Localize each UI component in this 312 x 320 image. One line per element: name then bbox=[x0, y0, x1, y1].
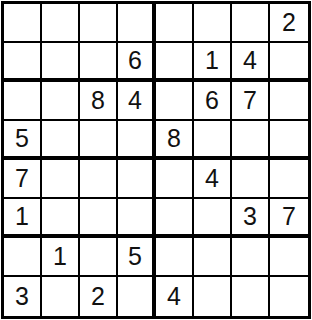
cell-r5c6-given-4[interactable]: 4 bbox=[194, 160, 232, 199]
cell-r7c6-empty[interactable] bbox=[194, 238, 232, 277]
cell-r1c8-given-2[interactable]: 2 bbox=[270, 4, 308, 43]
cell-r3c3-given-8[interactable]: 8 bbox=[80, 82, 118, 121]
cell-r4c4-empty[interactable] bbox=[118, 121, 156, 160]
cell-r5c7-empty[interactable] bbox=[232, 160, 270, 199]
cell-r2c6-given-1[interactable]: 1 bbox=[194, 43, 232, 82]
cell-r3c4-given-4[interactable]: 4 bbox=[118, 82, 156, 121]
cell-r1c3-empty[interactable] bbox=[80, 4, 118, 43]
cell-r7c8-empty[interactable] bbox=[270, 238, 308, 277]
cell-r2c8-empty[interactable] bbox=[270, 43, 308, 82]
cell-r5c2-empty[interactable] bbox=[42, 160, 80, 199]
cell-r7c2-given-1[interactable]: 1 bbox=[42, 238, 80, 277]
cell-r3c1-empty[interactable] bbox=[4, 82, 42, 121]
cell-r2c5-empty[interactable] bbox=[156, 43, 194, 82]
cell-r3c6-given-6[interactable]: 6 bbox=[194, 82, 232, 121]
cell-r8c7-empty[interactable] bbox=[232, 277, 270, 316]
cell-r6c1-given-1[interactable]: 1 bbox=[4, 199, 42, 238]
cell-r4c2-empty[interactable] bbox=[42, 121, 80, 160]
cell-r4c5-given-8[interactable]: 8 bbox=[156, 121, 194, 160]
cell-r4c6-empty[interactable] bbox=[194, 121, 232, 160]
cell-r6c8-given-7[interactable]: 7 bbox=[270, 199, 308, 238]
cell-r3c8-empty[interactable] bbox=[270, 82, 308, 121]
cell-r2c2-empty[interactable] bbox=[42, 43, 80, 82]
cell-r1c6-empty[interactable] bbox=[194, 4, 232, 43]
cell-r1c1-empty[interactable] bbox=[4, 4, 42, 43]
cell-r6c6-empty[interactable] bbox=[194, 199, 232, 238]
cell-r4c1-given-5[interactable]: 5 bbox=[4, 121, 42, 160]
cell-r5c8-empty[interactable] bbox=[270, 160, 308, 199]
cell-r6c5-empty[interactable] bbox=[156, 199, 194, 238]
cell-r5c4-empty[interactable] bbox=[118, 160, 156, 199]
cell-r8c1-given-3[interactable]: 3 bbox=[4, 277, 42, 316]
cell-r8c3-given-2[interactable]: 2 bbox=[80, 277, 118, 316]
cell-r8c2-empty[interactable] bbox=[42, 277, 80, 316]
cell-r1c7-empty[interactable] bbox=[232, 4, 270, 43]
cell-r1c5-empty[interactable] bbox=[156, 4, 194, 43]
cell-r4c7-empty[interactable] bbox=[232, 121, 270, 160]
sudoku-board: 26148467587413715324 bbox=[1, 1, 311, 319]
cell-r6c7-given-3[interactable]: 3 bbox=[232, 199, 270, 238]
cell-r2c7-given-4[interactable]: 4 bbox=[232, 43, 270, 82]
cell-r2c4-given-6[interactable]: 6 bbox=[118, 43, 156, 82]
cell-r6c2-empty[interactable] bbox=[42, 199, 80, 238]
cell-r3c5-empty[interactable] bbox=[156, 82, 194, 121]
cell-r8c6-empty[interactable] bbox=[194, 277, 232, 316]
cell-r6c4-empty[interactable] bbox=[118, 199, 156, 238]
cell-r4c3-empty[interactable] bbox=[80, 121, 118, 160]
cell-r5c1-given-7[interactable]: 7 bbox=[4, 160, 42, 199]
cell-r1c2-empty[interactable] bbox=[42, 4, 80, 43]
cell-r7c7-empty[interactable] bbox=[232, 238, 270, 277]
sudoku-page: 26148467587413715324 bbox=[0, 0, 312, 320]
cell-r5c3-empty[interactable] bbox=[80, 160, 118, 199]
cell-r3c2-empty[interactable] bbox=[42, 82, 80, 121]
cell-r5c5-empty[interactable] bbox=[156, 160, 194, 199]
cell-r3c7-given-7[interactable]: 7 bbox=[232, 82, 270, 121]
cell-r7c5-empty[interactable] bbox=[156, 238, 194, 277]
cell-r8c5-given-4[interactable]: 4 bbox=[156, 277, 194, 316]
cell-r4c8-empty[interactable] bbox=[270, 121, 308, 160]
cell-r7c4-given-5[interactable]: 5 bbox=[118, 238, 156, 277]
cell-r8c4-empty[interactable] bbox=[118, 277, 156, 316]
cell-r6c3-empty[interactable] bbox=[80, 199, 118, 238]
cell-r2c1-empty[interactable] bbox=[4, 43, 42, 82]
cell-r1c4-empty[interactable] bbox=[118, 4, 156, 43]
cell-r7c1-empty[interactable] bbox=[4, 238, 42, 277]
cell-r2c3-empty[interactable] bbox=[80, 43, 118, 82]
cell-r8c8-empty[interactable] bbox=[270, 277, 308, 316]
cell-r7c3-empty[interactable] bbox=[80, 238, 118, 277]
